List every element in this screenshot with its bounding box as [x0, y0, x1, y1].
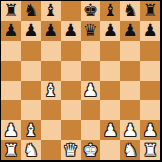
square-h7[interactable]: ♟ — [140, 21, 160, 41]
square-f6[interactable] — [100, 41, 120, 61]
square-e3[interactable] — [81, 100, 101, 120]
square-b6[interactable] — [21, 41, 41, 61]
square-e5[interactable] — [81, 61, 101, 81]
square-h8[interactable]: ♜ — [140, 1, 160, 21]
square-h1[interactable]: ♜ — [140, 140, 160, 160]
square-d7[interactable]: ♟ — [61, 21, 81, 41]
square-b3[interactable] — [21, 100, 41, 120]
square-f5[interactable] — [100, 61, 120, 81]
piece-black-queen-e7[interactable]: ♛ — [83, 22, 98, 39]
square-e7[interactable]: ♛ — [81, 21, 101, 41]
piece-black-pawn-d7[interactable]: ♟ — [63, 22, 78, 39]
square-e8[interactable]: ♚ — [81, 1, 101, 21]
piece-white-bishop-b2[interactable]: ♝ — [23, 121, 38, 138]
piece-black-king-e8[interactable]: ♚ — [83, 2, 98, 19]
square-b2[interactable]: ♝ — [21, 120, 41, 140]
square-a2[interactable]: ♟ — [1, 120, 21, 140]
square-c4[interactable]: ♝ — [41, 81, 61, 101]
square-c1[interactable] — [41, 140, 61, 160]
square-b1[interactable]: ♞ — [21, 140, 41, 160]
square-a6[interactable] — [1, 41, 21, 61]
piece-black-rook-a8[interactable]: ♜ — [3, 2, 18, 19]
square-d8[interactable] — [61, 1, 81, 21]
square-d6[interactable] — [61, 41, 81, 61]
square-h5[interactable] — [140, 61, 160, 81]
square-c3[interactable] — [41, 100, 61, 120]
square-d2[interactable] — [61, 120, 81, 140]
square-e6[interactable] — [81, 41, 101, 61]
square-f4[interactable] — [100, 81, 120, 101]
square-e1[interactable]: ♚ — [81, 140, 101, 160]
square-g4[interactable] — [120, 81, 140, 101]
piece-black-pawn-f7[interactable]: ♟ — [103, 22, 118, 39]
square-c6[interactable] — [41, 41, 61, 61]
square-g6[interactable] — [120, 41, 140, 61]
square-c8[interactable]: ♝ — [41, 1, 61, 21]
chess-board: ♜♞♝♚♝♞♜♟♟♟♟♛♟♟♟♝♟♟♝♟♟♟♜♞♛♚♞♜ — [1, 1, 160, 160]
piece-white-rook-a1[interactable]: ♜ — [3, 141, 18, 158]
piece-black-pawn-a7[interactable]: ♟ — [3, 22, 18, 39]
square-d4[interactable] — [61, 81, 81, 101]
square-h4[interactable] — [140, 81, 160, 101]
square-c7[interactable]: ♟ — [41, 21, 61, 41]
piece-black-bishop-f8[interactable]: ♝ — [103, 2, 118, 19]
square-g8[interactable]: ♞ — [120, 1, 140, 21]
square-g1[interactable]: ♞ — [120, 140, 140, 160]
piece-black-pawn-b7[interactable]: ♟ — [23, 22, 38, 39]
square-h2[interactable]: ♟ — [140, 120, 160, 140]
square-b4[interactable] — [21, 81, 41, 101]
square-a4[interactable] — [1, 81, 21, 101]
square-b8[interactable]: ♞ — [21, 1, 41, 21]
square-f8[interactable]: ♝ — [100, 1, 120, 21]
piece-white-bishop-c4[interactable]: ♝ — [43, 81, 58, 98]
square-a3[interactable] — [1, 100, 21, 120]
square-a5[interactable] — [1, 61, 21, 81]
piece-white-pawn-a2[interactable]: ♟ — [3, 121, 18, 138]
piece-white-queen-d1[interactable]: ♛ — [63, 141, 78, 158]
square-g5[interactable] — [120, 61, 140, 81]
square-h3[interactable] — [140, 100, 160, 120]
piece-white-pawn-f2[interactable]: ♟ — [103, 121, 118, 138]
piece-black-bishop-c8[interactable]: ♝ — [43, 2, 58, 19]
piece-white-rook-h1[interactable]: ♜ — [142, 141, 157, 158]
square-a8[interactable]: ♜ — [1, 1, 21, 21]
square-g7[interactable]: ♟ — [120, 21, 140, 41]
square-f3[interactable] — [100, 100, 120, 120]
square-c2[interactable] — [41, 120, 61, 140]
square-d3[interactable] — [61, 100, 81, 120]
square-b5[interactable] — [21, 61, 41, 81]
square-c5[interactable] — [41, 61, 61, 81]
square-f1[interactable] — [100, 140, 120, 160]
square-d5[interactable] — [61, 61, 81, 81]
piece-black-knight-g8[interactable]: ♞ — [123, 2, 138, 19]
chess-board-frame: ♜♞♝♚♝♞♜♟♟♟♟♛♟♟♟♝♟♟♝♟♟♟♜♞♛♚♞♜ — [0, 0, 162, 162]
piece-white-pawn-e4[interactable]: ♟ — [83, 81, 98, 98]
piece-white-pawn-h2[interactable]: ♟ — [142, 121, 157, 138]
piece-black-pawn-g7[interactable]: ♟ — [123, 22, 138, 39]
square-g3[interactable] — [120, 100, 140, 120]
square-d1[interactable]: ♛ — [61, 140, 81, 160]
square-g2[interactable]: ♟ — [120, 120, 140, 140]
square-f7[interactable]: ♟ — [100, 21, 120, 41]
square-e4[interactable]: ♟ — [81, 81, 101, 101]
piece-black-pawn-c7[interactable]: ♟ — [43, 22, 58, 39]
square-a7[interactable]: ♟ — [1, 21, 21, 41]
piece-black-pawn-h7[interactable]: ♟ — [142, 22, 157, 39]
piece-white-pawn-g2[interactable]: ♟ — [123, 121, 138, 138]
piece-white-king-e1[interactable]: ♚ — [83, 141, 98, 158]
piece-black-rook-h8[interactable]: ♜ — [142, 2, 157, 19]
square-b7[interactable]: ♟ — [21, 21, 41, 41]
piece-white-knight-b1[interactable]: ♞ — [23, 141, 38, 158]
square-e2[interactable] — [81, 120, 101, 140]
piece-black-knight-b8[interactable]: ♞ — [23, 2, 38, 19]
square-h6[interactable] — [140, 41, 160, 61]
piece-white-knight-g1[interactable]: ♞ — [123, 141, 138, 158]
square-f2[interactable]: ♟ — [100, 120, 120, 140]
square-a1[interactable]: ♜ — [1, 140, 21, 160]
